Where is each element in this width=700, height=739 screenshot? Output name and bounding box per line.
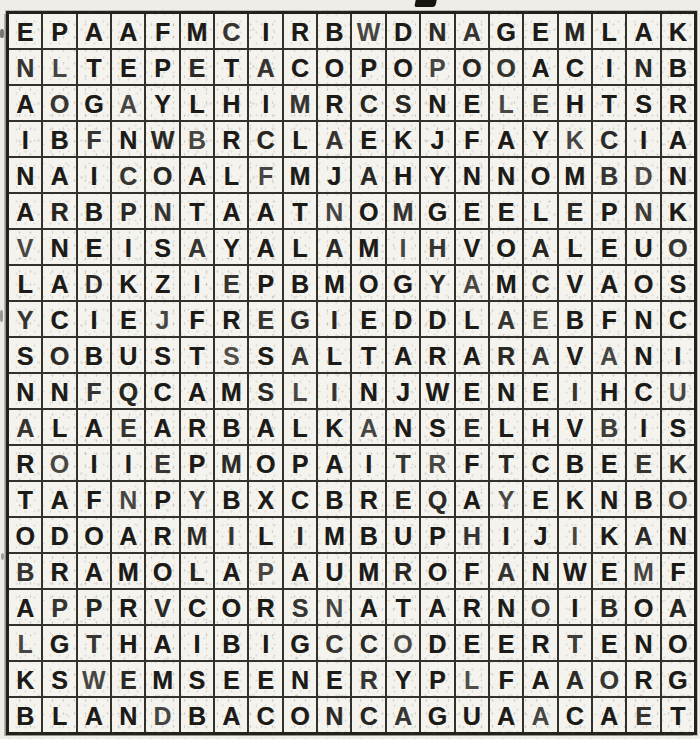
grid-cell[interactable]: P xyxy=(249,554,281,588)
grid-cell[interactable]: Q xyxy=(112,374,144,408)
grid-cell[interactable]: Y xyxy=(387,662,419,696)
grid-cell[interactable]: S xyxy=(181,662,213,696)
grid-cell[interactable]: H xyxy=(215,86,247,120)
grid-cell[interactable]: L xyxy=(43,410,75,444)
grid-cell[interactable]: N xyxy=(593,482,625,516)
grid-cell[interactable]: A xyxy=(215,194,247,228)
grid-cell[interactable]: V xyxy=(146,590,178,624)
grid-cell[interactable]: I xyxy=(249,14,281,48)
grid-cell[interactable]: C xyxy=(627,374,659,408)
grid-cell[interactable]: O xyxy=(627,266,659,300)
grid-cell[interactable]: T xyxy=(9,482,41,516)
grid-cell[interactable]: O xyxy=(352,194,384,228)
grid-cell[interactable]: N xyxy=(627,626,659,660)
grid-cell[interactable]: K xyxy=(387,122,419,156)
grid-cell[interactable]: B xyxy=(9,554,41,588)
grid-cell[interactable]: N xyxy=(112,698,144,732)
grid-cell[interactable]: N xyxy=(318,698,350,732)
grid-cell[interactable]: L xyxy=(456,662,488,696)
grid-cell[interactable]: B xyxy=(593,590,625,624)
grid-cell[interactable]: L xyxy=(284,374,316,408)
grid-cell[interactable]: U xyxy=(318,554,350,588)
grid-cell[interactable]: M xyxy=(215,446,247,480)
grid-cell[interactable]: T xyxy=(352,338,384,372)
grid-cell[interactable]: G xyxy=(387,266,419,300)
grid-cell[interactable]: T xyxy=(387,590,419,624)
grid-cell[interactable]: E xyxy=(249,302,281,336)
grid-cell[interactable]: S xyxy=(421,410,453,444)
grid-cell[interactable]: O xyxy=(43,338,75,372)
grid-cell[interactable]: E xyxy=(627,698,659,732)
grid-cell[interactable]: C xyxy=(524,446,556,480)
grid-cell[interactable]: S xyxy=(627,86,659,120)
grid-cell[interactable]: A xyxy=(490,122,522,156)
grid-cell[interactable]: P xyxy=(43,590,75,624)
grid-cell[interactable]: L xyxy=(284,230,316,264)
grid-cell[interactable]: A xyxy=(43,482,75,516)
grid-cell[interactable]: P xyxy=(78,590,110,624)
grid-cell[interactable]: A xyxy=(627,14,659,48)
grid-cell[interactable]: R xyxy=(524,626,556,660)
grid-cell[interactable]: A xyxy=(456,266,488,300)
grid-cell[interactable]: L xyxy=(559,230,591,264)
grid-cell[interactable]: B xyxy=(181,122,213,156)
grid-cell[interactable]: T xyxy=(284,194,316,228)
grid-cell[interactable]: C xyxy=(318,626,350,660)
grid-cell[interactable]: B xyxy=(9,698,41,732)
grid-cell[interactable]: A xyxy=(524,338,556,372)
grid-cell[interactable]: I xyxy=(627,122,659,156)
grid-cell[interactable]: B xyxy=(78,338,110,372)
grid-cell[interactable]: I xyxy=(112,446,144,480)
grid-cell[interactable]: U xyxy=(456,698,488,732)
grid-cell[interactable]: A xyxy=(215,554,247,588)
grid-cell[interactable]: A xyxy=(9,410,41,444)
grid-cell[interactable]: A xyxy=(284,554,316,588)
grid-cell[interactable]: A xyxy=(352,590,384,624)
grid-cell[interactable]: G xyxy=(421,698,453,732)
grid-cell[interactable]: U xyxy=(387,518,419,552)
grid-cell[interactable]: S xyxy=(146,338,178,372)
grid-cell[interactable]: A xyxy=(78,554,110,588)
grid-cell[interactable]: L xyxy=(490,410,522,444)
grid-cell[interactable]: E xyxy=(524,14,556,48)
grid-cell[interactable]: S xyxy=(284,590,316,624)
grid-cell[interactable]: I xyxy=(387,230,419,264)
grid-cell[interactable]: L xyxy=(593,14,625,48)
grid-cell[interactable]: R xyxy=(456,590,488,624)
grid-cell[interactable]: N xyxy=(627,338,659,372)
grid-cell[interactable]: V xyxy=(9,230,41,264)
grid-cell[interactable]: B xyxy=(215,482,247,516)
grid-cell[interactable]: B xyxy=(43,122,75,156)
grid-cell[interactable]: N xyxy=(43,230,75,264)
grid-cell[interactable]: N xyxy=(490,374,522,408)
grid-cell[interactable]: M xyxy=(318,518,350,552)
grid-cell[interactable]: I xyxy=(352,446,384,480)
grid-cell[interactable]: D xyxy=(421,626,453,660)
grid-cell[interactable]: I xyxy=(559,374,591,408)
grid-cell[interactable]: S xyxy=(387,86,419,120)
grid-cell[interactable]: I xyxy=(78,446,110,480)
grid-cell[interactable]: N xyxy=(387,410,419,444)
grid-cell[interactable]: K xyxy=(662,194,694,228)
grid-cell[interactable]: F xyxy=(78,122,110,156)
grid-cell[interactable]: B xyxy=(318,482,350,516)
grid-cell[interactable]: A xyxy=(387,698,419,732)
grid-cell[interactable]: L xyxy=(43,50,75,84)
grid-cell[interactable]: R xyxy=(627,662,659,696)
grid-cell[interactable]: O xyxy=(318,50,350,84)
grid-cell[interactable]: R xyxy=(215,122,247,156)
grid-cell[interactable]: M xyxy=(112,554,144,588)
grid-cell[interactable]: N xyxy=(146,194,178,228)
grid-cell[interactable]: O xyxy=(146,554,178,588)
grid-cell[interactable]: U xyxy=(662,374,694,408)
grid-cell[interactable]: U xyxy=(627,230,659,264)
grid-cell[interactable]: A xyxy=(249,410,281,444)
grid-cell[interactable]: B xyxy=(78,194,110,228)
grid-cell[interactable]: W xyxy=(421,374,453,408)
grid-cell[interactable]: O xyxy=(146,158,178,192)
grid-cell[interactable]: A xyxy=(524,662,556,696)
grid-cell[interactable]: N xyxy=(9,158,41,192)
grid-cell[interactable]: Q xyxy=(421,482,453,516)
grid-cell[interactable]: V xyxy=(559,266,591,300)
grid-cell[interactable]: E xyxy=(78,230,110,264)
grid-cell[interactable]: B xyxy=(559,302,591,336)
grid-cell[interactable]: Y xyxy=(421,266,453,300)
grid-cell[interactable]: L xyxy=(490,86,522,120)
grid-cell[interactable]: S xyxy=(146,230,178,264)
grid-cell[interactable]: I xyxy=(490,518,522,552)
grid-cell[interactable]: L xyxy=(284,122,316,156)
grid-cell[interactable]: S xyxy=(43,662,75,696)
grid-cell[interactable]: J xyxy=(524,518,556,552)
grid-cell[interactable]: C xyxy=(352,86,384,120)
grid-cell[interactable]: G xyxy=(78,86,110,120)
grid-cell[interactable]: M xyxy=(284,158,316,192)
grid-cell[interactable]: E xyxy=(112,302,144,336)
grid-cell[interactable]: J xyxy=(421,122,453,156)
grid-cell[interactable]: I xyxy=(78,302,110,336)
grid-cell[interactable]: U xyxy=(112,338,144,372)
grid-cell[interactable]: A xyxy=(456,482,488,516)
grid-cell[interactable]: E xyxy=(524,374,556,408)
grid-cell[interactable]: Z xyxy=(146,266,178,300)
grid-cell[interactable]: N xyxy=(318,194,350,228)
grid-cell[interactable]: A xyxy=(456,338,488,372)
grid-cell[interactable]: F xyxy=(662,554,694,588)
grid-cell[interactable]: A xyxy=(352,158,384,192)
grid-cell[interactable]: D xyxy=(627,158,659,192)
grid-cell[interactable]: R xyxy=(249,590,281,624)
grid-cell[interactable]: L xyxy=(456,302,488,336)
grid-cell[interactable]: E xyxy=(318,662,350,696)
grid-cell[interactable]: S xyxy=(215,338,247,372)
grid-cell[interactable]: E xyxy=(456,374,488,408)
grid-cell[interactable]: S xyxy=(249,374,281,408)
grid-cell[interactable]: R xyxy=(352,662,384,696)
grid-cell[interactable]: B xyxy=(318,14,350,48)
grid-cell[interactable]: O xyxy=(78,518,110,552)
grid-cell[interactable]: B xyxy=(593,158,625,192)
grid-cell[interactable]: H xyxy=(112,626,144,660)
grid-cell[interactable]: O xyxy=(490,230,522,264)
grid-cell[interactable]: A xyxy=(9,590,41,624)
grid-cell[interactable]: S xyxy=(9,338,41,372)
grid-cell[interactable]: R xyxy=(181,410,213,444)
grid-cell[interactable]: G xyxy=(284,626,316,660)
grid-cell[interactable]: O xyxy=(284,698,316,732)
grid-cell[interactable]: C xyxy=(215,14,247,48)
grid-cell[interactable]: P xyxy=(146,50,178,84)
grid-cell[interactable]: I xyxy=(318,374,350,408)
grid-cell[interactable]: A xyxy=(352,410,384,444)
grid-cell[interactable]: I xyxy=(284,518,316,552)
grid-cell[interactable]: L xyxy=(181,554,213,588)
grid-cell[interactable]: I xyxy=(9,122,41,156)
grid-cell[interactable]: J xyxy=(387,374,419,408)
grid-cell[interactable]: L xyxy=(43,698,75,732)
grid-cell[interactable]: M xyxy=(387,194,419,228)
grid-cell[interactable]: G xyxy=(421,194,453,228)
grid-cell[interactable]: O xyxy=(662,626,694,660)
grid-cell[interactable]: M xyxy=(284,86,316,120)
grid-cell[interactable]: J xyxy=(146,302,178,336)
grid-cell[interactable]: O xyxy=(662,230,694,264)
grid-cell[interactable]: R xyxy=(9,446,41,480)
grid-cell[interactable]: T xyxy=(215,50,247,84)
grid-cell[interactable]: A xyxy=(249,50,281,84)
grid-cell[interactable]: R xyxy=(215,302,247,336)
grid-cell[interactable]: B xyxy=(284,266,316,300)
grid-cell[interactable]: E xyxy=(524,86,556,120)
grid-cell[interactable]: A xyxy=(249,230,281,264)
grid-cell[interactable]: G xyxy=(43,626,75,660)
grid-cell[interactable]: N xyxy=(9,374,41,408)
grid-cell[interactable]: A xyxy=(490,698,522,732)
grid-cell[interactable]: M xyxy=(490,266,522,300)
grid-cell[interactable]: A xyxy=(9,194,41,228)
grid-cell[interactable]: D xyxy=(146,698,178,732)
grid-cell[interactable]: M xyxy=(181,518,213,552)
grid-cell[interactable]: R xyxy=(146,518,178,552)
grid-cell[interactable]: N xyxy=(318,590,350,624)
grid-cell[interactable]: O xyxy=(627,590,659,624)
grid-cell[interactable]: T xyxy=(490,446,522,480)
grid-cell[interactable]: E xyxy=(112,50,144,84)
grid-cell[interactable]: C xyxy=(352,698,384,732)
grid-cell[interactable]: A xyxy=(456,14,488,48)
grid-cell[interactable]: O xyxy=(215,590,247,624)
grid-cell[interactable]: A xyxy=(112,86,144,120)
grid-cell[interactable]: O xyxy=(421,554,453,588)
grid-cell[interactable]: O xyxy=(387,626,419,660)
grid-cell[interactable]: I xyxy=(318,302,350,336)
grid-cell[interactable]: A xyxy=(181,158,213,192)
grid-cell[interactable]: N xyxy=(627,50,659,84)
grid-cell[interactable]: D xyxy=(387,302,419,336)
grid-cell[interactable]: C xyxy=(249,698,281,732)
grid-cell[interactable]: T xyxy=(78,626,110,660)
grid-cell[interactable]: N xyxy=(352,374,384,408)
grid-cell[interactable]: W xyxy=(78,662,110,696)
grid-cell[interactable]: P xyxy=(352,50,384,84)
grid-cell[interactable]: A xyxy=(43,158,75,192)
grid-cell[interactable]: Y xyxy=(524,122,556,156)
grid-cell[interactable]: M xyxy=(181,14,213,48)
grid-cell[interactable]: T xyxy=(387,446,419,480)
grid-cell[interactable]: A xyxy=(181,374,213,408)
grid-cell[interactable]: V xyxy=(559,410,591,444)
grid-cell[interactable]: K xyxy=(593,518,625,552)
grid-cell[interactable]: E xyxy=(490,626,522,660)
grid-cell[interactable]: W xyxy=(352,14,384,48)
grid-cell[interactable]: I xyxy=(112,230,144,264)
grid-cell[interactable]: A xyxy=(387,338,419,372)
grid-cell[interactable]: O xyxy=(456,50,488,84)
grid-cell[interactable]: S xyxy=(662,266,694,300)
grid-cell[interactable]: C xyxy=(181,590,213,624)
grid-cell[interactable]: Y xyxy=(181,482,213,516)
grid-cell[interactable]: N xyxy=(662,158,694,192)
grid-cell[interactable]: F xyxy=(593,302,625,336)
grid-cell[interactable]: A xyxy=(146,626,178,660)
grid-cell[interactable]: H xyxy=(421,230,453,264)
grid-cell[interactable]: A xyxy=(215,698,247,732)
grid-cell[interactable]: E xyxy=(456,86,488,120)
grid-cell[interactable]: E xyxy=(559,194,591,228)
grid-cell[interactable]: A xyxy=(593,266,625,300)
grid-cell[interactable]: L xyxy=(318,338,350,372)
grid-cell[interactable]: O xyxy=(43,86,75,120)
grid-cell[interactable]: O xyxy=(662,482,694,516)
grid-cell[interactable]: H xyxy=(593,374,625,408)
grid-cell[interactable]: E xyxy=(627,446,659,480)
grid-cell[interactable]: S xyxy=(662,410,694,444)
grid-cell[interactable]: P xyxy=(112,194,144,228)
grid-cell[interactable]: A xyxy=(524,698,556,732)
grid-cell[interactable]: C xyxy=(112,158,144,192)
grid-cell[interactable]: F xyxy=(456,446,488,480)
grid-cell[interactable]: I xyxy=(181,266,213,300)
grid-cell[interactable]: F xyxy=(490,662,522,696)
grid-cell[interactable]: E xyxy=(352,302,384,336)
grid-cell[interactable]: E xyxy=(352,122,384,156)
grid-cell[interactable]: B xyxy=(559,446,591,480)
grid-cell[interactable]: L xyxy=(249,518,281,552)
grid-cell[interactable]: K xyxy=(9,662,41,696)
grid-cell[interactable]: Y xyxy=(146,86,178,120)
grid-cell[interactable]: Y xyxy=(421,158,453,192)
grid-cell[interactable]: K xyxy=(112,266,144,300)
grid-cell[interactable]: E xyxy=(456,410,488,444)
grid-cell[interactable]: I xyxy=(627,410,659,444)
grid-cell[interactable]: C xyxy=(352,626,384,660)
grid-cell[interactable]: A xyxy=(112,14,144,48)
grid-cell[interactable]: E xyxy=(524,302,556,336)
grid-cell[interactable]: Y xyxy=(490,482,522,516)
grid-cell[interactable]: I xyxy=(249,86,281,120)
grid-cell[interactable]: O xyxy=(387,50,419,84)
grid-cell[interactable]: D xyxy=(421,302,453,336)
grid-cell[interactable]: N xyxy=(662,518,694,552)
grid-cell[interactable]: A xyxy=(9,86,41,120)
grid-cell[interactable]: A xyxy=(421,590,453,624)
grid-cell[interactable]: H xyxy=(387,158,419,192)
grid-cell[interactable]: T xyxy=(662,698,694,732)
grid-cell[interactable]: O xyxy=(9,518,41,552)
grid-cell[interactable]: E xyxy=(146,446,178,480)
grid-cell[interactable]: D xyxy=(78,266,110,300)
grid-cell[interactable]: N xyxy=(490,158,522,192)
grid-cell[interactable]: T xyxy=(78,50,110,84)
grid-cell[interactable]: L xyxy=(181,86,213,120)
grid-cell[interactable]: O xyxy=(249,446,281,480)
grid-cell[interactable]: M xyxy=(352,554,384,588)
grid-cell[interactable]: C xyxy=(43,302,75,336)
grid-cell[interactable]: J xyxy=(318,158,350,192)
grid-cell[interactable]: R xyxy=(490,338,522,372)
grid-cell[interactable]: K xyxy=(662,14,694,48)
grid-cell[interactable]: G xyxy=(662,662,694,696)
grid-cell[interactable]: M xyxy=(559,158,591,192)
grid-cell[interactable]: B xyxy=(627,482,659,516)
grid-cell[interactable]: M xyxy=(627,554,659,588)
grid-cell[interactable]: M xyxy=(146,662,178,696)
grid-cell[interactable]: I xyxy=(78,158,110,192)
grid-cell[interactable]: P xyxy=(43,14,75,48)
grid-cell[interactable]: E xyxy=(593,446,625,480)
grid-cell[interactable]: E xyxy=(215,662,247,696)
grid-cell[interactable]: B xyxy=(593,410,625,444)
grid-cell[interactable]: E xyxy=(387,482,419,516)
grid-cell[interactable]: R xyxy=(284,14,316,48)
grid-cell[interactable]: K xyxy=(662,446,694,480)
grid-cell[interactable]: E xyxy=(593,626,625,660)
grid-cell[interactable]: F xyxy=(146,14,178,48)
grid-cell[interactable]: R xyxy=(43,194,75,228)
grid-cell[interactable]: E xyxy=(112,662,144,696)
grid-cell[interactable]: T xyxy=(559,626,591,660)
grid-cell[interactable]: R xyxy=(387,554,419,588)
grid-cell[interactable]: B xyxy=(215,626,247,660)
grid-cell[interactable]: V xyxy=(456,230,488,264)
grid-cell[interactable]: W xyxy=(146,122,178,156)
grid-cell[interactable]: P xyxy=(284,446,316,480)
grid-cell[interactable]: E xyxy=(593,554,625,588)
grid-cell[interactable]: C xyxy=(559,698,591,732)
grid-cell[interactable]: I xyxy=(662,338,694,372)
grid-cell[interactable]: M xyxy=(318,266,350,300)
grid-cell[interactable]: D xyxy=(387,14,419,48)
grid-cell[interactable]: G xyxy=(490,14,522,48)
grid-cell[interactable]: A xyxy=(593,698,625,732)
grid-cell[interactable]: A xyxy=(662,122,694,156)
grid-cell[interactable]: C xyxy=(284,482,316,516)
grid-cell[interactable]: A xyxy=(146,410,178,444)
grid-cell[interactable]: N xyxy=(627,194,659,228)
grid-cell[interactable]: D xyxy=(43,518,75,552)
grid-cell[interactable]: R xyxy=(43,554,75,588)
grid-cell[interactable]: L xyxy=(9,626,41,660)
grid-cell[interactable]: L xyxy=(9,266,41,300)
grid-cell[interactable]: L xyxy=(284,410,316,444)
grid-cell[interactable]: A xyxy=(318,446,350,480)
grid-cell[interactable]: K xyxy=(559,122,591,156)
grid-cell[interactable]: Y xyxy=(215,230,247,264)
